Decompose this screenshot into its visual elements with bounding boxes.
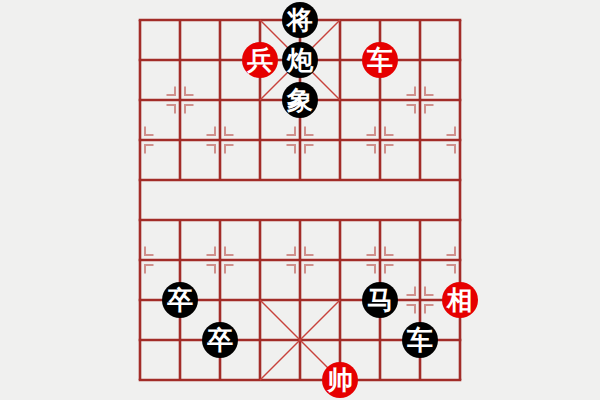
- xiangqi-board: 将兵炮车象卒马相卒车帅: [0, 0, 600, 400]
- piece-red-elephant[interactable]: 相: [442, 282, 478, 318]
- piece-black-chariot[interactable]: 车: [402, 322, 438, 358]
- piece-black-cannon[interactable]: 炮: [282, 42, 318, 78]
- piece-black-elephant[interactable]: 象: [282, 82, 318, 118]
- piece-red-general[interactable]: 帅: [322, 362, 358, 398]
- piece-red-soldier[interactable]: 兵: [242, 42, 278, 78]
- piece-black-horse[interactable]: 马: [362, 282, 398, 318]
- piece-black-soldier-2[interactable]: 卒: [202, 322, 238, 358]
- piece-black-soldier[interactable]: 卒: [162, 282, 198, 318]
- piece-grid[interactable]: 将兵炮车象卒马相卒车帅: [120, 0, 480, 400]
- piece-red-chariot[interactable]: 车: [362, 42, 398, 78]
- piece-black-general[interactable]: 将: [282, 2, 318, 38]
